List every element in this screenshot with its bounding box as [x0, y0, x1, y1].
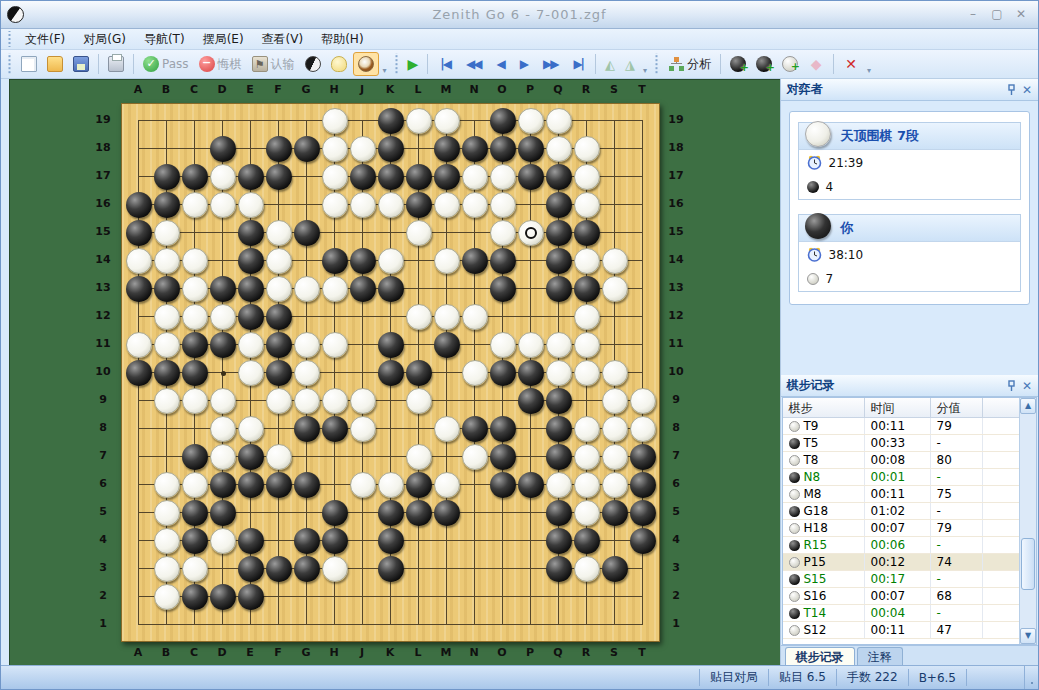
white-stone-N7 — [462, 444, 488, 470]
white-stone-C3 — [182, 556, 208, 582]
white-stone-C12 — [182, 304, 208, 330]
coord-row-right: 3 — [664, 561, 688, 574]
moves-pane-title: 棋步记录 — [787, 377, 1007, 394]
minimize-button[interactable]: – — [962, 6, 984, 24]
menu-item-h[interactable]: 帮助(H) — [312, 29, 372, 50]
bulb-icon — [331, 56, 347, 72]
toolbar-overflow-icon[interactable]: ▾ — [383, 66, 387, 78]
scroll-up-icon[interactable]: ▲ — [1020, 398, 1036, 414]
move-row-M8[interactable]: M800:1175 — [783, 486, 1020, 503]
black-stone-T6 — [630, 472, 656, 498]
printer-icon — [108, 56, 124, 72]
black-stone-M11 — [434, 332, 460, 358]
move-time: 00:33 — [865, 435, 931, 451]
white-stone-G13 — [294, 276, 320, 302]
white-stone-L19 — [406, 108, 432, 134]
coord-col-bottom: F — [270, 646, 286, 659]
toolbar-grip — [7, 53, 12, 75]
coord-row-right: 10 — [664, 365, 688, 378]
coord-col-top: G — [298, 83, 314, 96]
black-stone-F11 — [266, 332, 292, 358]
coord-row-left: 14 — [91, 253, 115, 266]
moves-pane: 棋步记录 ✕ 棋步时间分值 T900:1179T500:33-T800:0880… — [781, 375, 1039, 665]
coord-col-top: J — [354, 83, 370, 96]
coord-row-left: 2 — [91, 589, 115, 602]
black-stone-L6 — [406, 472, 432, 498]
black-stone-O10 — [490, 360, 516, 386]
black-stone-L16 — [406, 192, 432, 218]
pass-button[interactable]: ✓Pass — [139, 52, 193, 76]
move-score: 47 — [931, 622, 983, 638]
move-time: 01:02 — [865, 503, 931, 519]
nav-fast-forward-icon: ▶▶ — [540, 57, 560, 71]
black-stone-B17 — [154, 164, 180, 190]
white-stone-S14 — [602, 248, 628, 274]
move-time: 00:11 — [865, 622, 931, 638]
move-row-N8[interactable]: N800:01- — [783, 469, 1020, 486]
coord-col-top: D — [214, 83, 230, 96]
play-button[interactable]: ▶ — [404, 52, 423, 76]
white-stone-G10 — [294, 360, 320, 386]
white-stone-R3 — [574, 556, 600, 582]
white-stone-H9 — [322, 388, 348, 414]
move-score: 75 — [931, 486, 983, 502]
black-stone-C17 — [182, 164, 208, 190]
add-white-stone-button[interactable] — [778, 52, 802, 76]
white-stone-O15 — [490, 220, 516, 246]
coord-row-left: 6 — [91, 477, 115, 490]
maximize-button[interactable]: ▢ — [986, 6, 1008, 24]
white-stone-G9 — [294, 388, 320, 414]
players-pane-title: 对弈者 — [787, 81, 1007, 98]
white-stone-K16 — [378, 192, 404, 218]
nav-last-button[interactable]: ▶| — [566, 52, 590, 76]
go-board-region[interactable]: AABBCCDDEEFFGGHHJJKKLLMMNNOOPPQQRRSSTT19… — [1, 79, 780, 665]
nav-first-button[interactable]: |◀ — [433, 52, 457, 76]
toolbar-overflow-icon[interactable]: ▾ — [643, 66, 647, 78]
clock-icon — [807, 155, 822, 170]
move-time: 00:07 — [865, 520, 931, 536]
move-score: 79 — [931, 520, 983, 536]
black-stone-L10 — [406, 360, 432, 386]
move-time: 00:08 — [865, 452, 931, 468]
white-stone-C16 — [182, 192, 208, 218]
move-coord: M8 — [804, 487, 822, 501]
black-stone-icon — [789, 472, 800, 483]
pass-button-label: Pass — [162, 57, 189, 71]
moves-tabs: 棋步记录注释 — [781, 645, 1039, 665]
toolbar: ✓Pass−悔棋⚑认输▾▶|◀◀◀◀▶▶▶▶|◭◮▾分析◆✕▾ — [1, 50, 1038, 79]
black-stone-F10 — [266, 360, 292, 386]
coord-row-left: 9 — [91, 393, 115, 406]
black-stone-Q16 — [546, 192, 572, 218]
black-stone-G6 — [294, 472, 320, 498]
tab-comments[interactable]: 注释 — [857, 647, 903, 665]
black-stone-E13 — [238, 276, 264, 302]
coord-row-right: 14 — [664, 253, 688, 266]
star-point — [221, 371, 226, 376]
move-coord: P15 — [804, 555, 827, 569]
coord-col-bottom: D — [214, 646, 230, 659]
move-time: 00:17 — [865, 571, 931, 587]
move-table-rows: T900:1179T500:33-T800:0880N800:01-M800:1… — [783, 418, 1020, 639]
white-stone-O17 — [490, 164, 516, 190]
black-stone-P6 — [518, 472, 544, 498]
menu-item-t[interactable]: 导航(T) — [135, 29, 194, 50]
white-stone-icon — [789, 591, 800, 602]
black-stone-Q17 — [546, 164, 572, 190]
coord-col-bottom: T — [634, 646, 650, 659]
coord-row-left: 5 — [91, 505, 115, 518]
move-row-P15[interactable]: P1500:1274 — [783, 554, 1020, 571]
player-card-white: 天顶围棋 7段21:394 — [798, 122, 1022, 200]
menu-item-v[interactable]: 查看(V) — [253, 29, 313, 50]
coord-col-bottom: K — [382, 646, 398, 659]
menu-item-e[interactable]: 摆局(E) — [194, 29, 253, 50]
white-stone-K6 — [378, 472, 404, 498]
title-bar: Zenith Go 6 - 7-001.zgf – ▢ ✕ — [1, 1, 1038, 29]
coord-col-bottom: N — [466, 646, 482, 659]
new-file-button[interactable] — [17, 52, 41, 76]
white-stone-S10 — [602, 360, 628, 386]
coord-col-top: P — [522, 83, 538, 96]
arc-left-icon: ◭ — [605, 57, 615, 72]
black-stone-P18 — [518, 136, 544, 162]
nav-forward-button[interactable]: ▶ — [513, 52, 534, 76]
move-time: 00:11 — [865, 418, 931, 434]
move-coord: G18 — [804, 504, 829, 518]
white-stone-H3 — [322, 556, 348, 582]
tree-icon — [668, 56, 684, 72]
black-stone-E7 — [238, 444, 264, 470]
nav-fast-back-button[interactable]: ◀◀ — [459, 52, 487, 76]
stone-b-icon — [756, 56, 772, 72]
black-stone-B16 — [154, 192, 180, 218]
black-stone-C4 — [182, 528, 208, 554]
white-stone-R11 — [574, 332, 600, 358]
status-items: 贴目对局贴目 6.5手数 222B+6.5 — [699, 666, 966, 689]
white-stone-Q6 — [546, 472, 572, 498]
move-row-T9[interactable]: T900:1179 — [783, 418, 1020, 435]
scrollbar-track[interactable] — [1020, 414, 1036, 628]
black-stone-P17 — [518, 164, 544, 190]
white-stone-N10 — [462, 360, 488, 386]
stone-toggle-button[interactable] — [301, 52, 325, 76]
coord-row-right: 1 — [664, 617, 688, 630]
coord-col-bottom: S — [606, 646, 622, 659]
black-stone-P9 — [518, 388, 544, 414]
black-stone-Q3 — [546, 556, 572, 582]
coffee-icon — [358, 56, 374, 72]
erase-stone-button[interactable]: ◆ — [804, 52, 828, 76]
white-stone-C14 — [182, 248, 208, 274]
black-stone-E17 — [238, 164, 264, 190]
player-time: 21:39 — [829, 156, 864, 170]
move-score: - — [931, 571, 983, 587]
coord-row-right: 7 — [664, 449, 688, 462]
coord-col-top: N — [466, 83, 482, 96]
status-item: 手数 222 — [836, 669, 908, 685]
move-col-header[interactable]: 时间 — [865, 398, 931, 417]
move-coord: H18 — [804, 521, 828, 535]
pin-icon[interactable] — [1007, 380, 1016, 392]
black-stone-F6 — [266, 472, 292, 498]
black-stone-T4 — [630, 528, 656, 554]
white-stone-F13 — [266, 276, 292, 302]
white-stone-J16 — [350, 192, 376, 218]
white-stone-L7 — [406, 444, 432, 470]
hint-button[interactable] — [327, 52, 351, 76]
white-stone-R17 — [574, 164, 600, 190]
white-stone-R16 — [574, 192, 600, 218]
undo-move-button[interactable]: −悔棋 — [195, 52, 246, 76]
black-stone-E12 — [238, 304, 264, 330]
white-stone-C6 — [182, 472, 208, 498]
scrollbar-thumb[interactable] — [1021, 538, 1035, 590]
white-stone-N16 — [462, 192, 488, 218]
add-black-stone-button[interactable] — [752, 52, 776, 76]
white-stone-M12 — [434, 304, 460, 330]
captured-white-stone-icon — [807, 273, 819, 285]
players-pane-close-icon[interactable]: ✕ — [1022, 83, 1032, 97]
branch-forward-button[interactable]: ◮ — [621, 52, 639, 76]
white-stone-B11 — [154, 332, 180, 358]
coord-col-bottom: L — [410, 646, 426, 659]
toolbar-overflow-icon[interactable]: ▾ — [867, 66, 871, 78]
white-stone-B14 — [154, 248, 180, 274]
black-stone-D13 — [210, 276, 236, 302]
white-stone-P19 — [518, 108, 544, 134]
menu-item-g[interactable]: 对局(G) — [74, 29, 135, 50]
delete-node-button[interactable]: ✕ — [839, 52, 863, 76]
white-stone-B2 — [154, 584, 180, 610]
nav-fast-back-icon: ◀◀ — [463, 57, 483, 71]
black-stone-K18 — [378, 136, 404, 162]
coord-row-right: 2 — [664, 589, 688, 602]
nav-fast-forward-button[interactable]: ▶▶ — [536, 52, 564, 76]
black-stone-S5 — [602, 500, 628, 526]
white-stone-L12 — [406, 304, 432, 330]
move-time: 00:11 — [865, 486, 931, 502]
move-coord: N8 — [804, 470, 821, 484]
tab-move-record[interactable]: 棋步记录 — [785, 647, 855, 665]
coord-col-bottom: C — [186, 646, 202, 659]
white-stone-S6 — [602, 472, 628, 498]
branch-back-button[interactable]: ◭ — [601, 52, 619, 76]
coord-row-right: 6 — [664, 477, 688, 490]
coord-row-left: 19 — [91, 113, 115, 126]
coord-col-top: S — [606, 83, 622, 96]
white-stone-R7 — [574, 444, 600, 470]
last-move-marker — [525, 227, 537, 239]
white-stone-D7 — [210, 444, 236, 470]
coord-row-left: 18 — [91, 141, 115, 154]
black-stone-K5 — [378, 500, 404, 526]
white-stone-S8 — [602, 416, 628, 442]
player-captures: 4 — [826, 180, 834, 194]
white-stone-T8 — [630, 416, 656, 442]
black-stone-R13 — [574, 276, 600, 302]
white-stone-F15 — [266, 220, 292, 246]
resign-button[interactable]: ⚑认输 — [248, 52, 299, 76]
eraser-icon: ◆ — [808, 56, 824, 72]
move-row-R15[interactable]: R1500:06- — [783, 537, 1020, 554]
white-stone-G11 — [294, 332, 320, 358]
white-stone-N12 — [462, 304, 488, 330]
white-stone-R6 — [574, 472, 600, 498]
coord-col-bottom: P — [522, 646, 538, 659]
white-stone-M8 — [434, 416, 460, 442]
coord-row-right: 4 — [664, 533, 688, 546]
white-stone-B3 — [154, 556, 180, 582]
black-stone-L5 — [406, 500, 432, 526]
close-button[interactable]: ✕ — [1010, 6, 1032, 24]
black-stone-A15 — [126, 220, 152, 246]
black-stone-A10 — [126, 360, 152, 386]
move-row-T5[interactable]: T500:33- — [783, 435, 1020, 452]
black-stone-K4 — [378, 528, 404, 554]
save-file-button[interactable] — [69, 52, 93, 76]
move-coord: S15 — [804, 572, 827, 586]
white-stone-S9 — [602, 388, 628, 414]
status-item: B+6.5 — [908, 669, 966, 685]
black-stone-K11 — [378, 332, 404, 358]
black-stone-H4 — [322, 528, 348, 554]
black-stone-K19 — [378, 108, 404, 134]
coord-col-top: L — [410, 83, 426, 96]
move-row-G18[interactable]: G1801:02- — [783, 503, 1020, 520]
black-stone-G18 — [294, 136, 320, 162]
coord-col-bottom: O — [494, 646, 510, 659]
black-stone-Q5 — [546, 500, 572, 526]
menu-item-f[interactable]: 文件(F) — [16, 29, 74, 50]
black-stone-M5 — [434, 500, 460, 526]
white-stone-C13 — [182, 276, 208, 302]
coord-col-top: A — [130, 83, 146, 96]
black-stone-R4 — [574, 528, 600, 554]
white-stone-E8 — [238, 416, 264, 442]
stone-w-icon — [782, 56, 798, 72]
white-stone-P15 — [518, 220, 544, 246]
white-stone-Q19 — [546, 108, 572, 134]
white-stone-D16 — [210, 192, 236, 218]
coord-col-top: Q — [550, 83, 566, 96]
black-stone-A16 — [126, 192, 152, 218]
coord-col-top: T — [634, 83, 650, 96]
white-stone-R14 — [574, 248, 600, 274]
scroll-down-icon[interactable]: ▼ — [1020, 628, 1036, 644]
coord-col-bottom: G — [298, 646, 314, 659]
black-stone-E2 — [238, 584, 264, 610]
status-bar: 贴目对局贴目 6.5手数 222B+6.5 — [1, 665, 1038, 689]
black-stone-A13 — [126, 276, 152, 302]
resign-hand-icon: ⚑ — [252, 56, 268, 72]
move-row-S15[interactable]: S1500:17- — [783, 571, 1020, 588]
black-stone-C11 — [182, 332, 208, 358]
white-stone-H19 — [322, 108, 348, 134]
black-stone-C10 — [182, 360, 208, 386]
move-table: 棋步时间分值 T900:1179T500:33-T800:0880N800:01… — [782, 397, 1038, 645]
black-stone-icon — [789, 438, 800, 449]
open-file-button[interactable] — [43, 52, 67, 76]
print-button[interactable] — [104, 52, 128, 76]
move-table-scrollbar[interactable]: ▲ ▼ — [1019, 398, 1036, 644]
move-row-H18[interactable]: H1800:0779 — [783, 520, 1020, 537]
player-time: 38:10 — [829, 248, 864, 262]
coffee-break-button[interactable] — [353, 52, 379, 76]
move-col-header[interactable]: 棋步 — [783, 398, 865, 417]
move-stone-button[interactable] — [726, 52, 750, 76]
black-stone-N8 — [462, 416, 488, 442]
black-stone-Q15 — [546, 220, 572, 246]
white-stone-D4 — [210, 528, 236, 554]
black-stone-icon — [789, 574, 800, 585]
black-stone-H5 — [322, 500, 348, 526]
black-stone-Q7 — [546, 444, 572, 470]
move-score: - — [931, 435, 983, 451]
black-stone-O8 — [490, 416, 516, 442]
white-stone-F9 — [266, 388, 292, 414]
coord-row-right: 11 — [664, 337, 688, 350]
move-row-T8[interactable]: T800:0880 — [783, 452, 1020, 469]
black-stone-Q13 — [546, 276, 572, 302]
coord-row-left: 1 — [91, 617, 115, 630]
black-stone-icon — [789, 608, 800, 619]
white-stone-R5 — [574, 500, 600, 526]
coord-row-right: 18 — [664, 141, 688, 154]
move-time: 00:01 — [865, 469, 931, 485]
coord-col-bottom: M — [438, 646, 454, 659]
move-col-header[interactable]: 分值 — [931, 398, 983, 417]
captured-black-stone-icon — [807, 181, 819, 193]
move-row-S16[interactable]: S1600:0768 — [783, 588, 1020, 605]
move-row-T14[interactable]: T1400:04- — [783, 605, 1020, 622]
pin-icon[interactable] — [1007, 84, 1016, 96]
white-stone-C9 — [182, 388, 208, 414]
status-item: 贴目对局 — [699, 669, 768, 685]
move-score: 80 — [931, 452, 983, 468]
coord-col-top: K — [382, 83, 398, 96]
black-stone-K13 — [378, 276, 404, 302]
toolbar-grip — [654, 53, 659, 75]
coord-row-left: 11 — [91, 337, 115, 350]
nav-back-button[interactable]: ◀ — [489, 52, 510, 76]
coord-row-right: 13 — [664, 281, 688, 294]
black-stone-C2 — [182, 584, 208, 610]
black-stone-O6 — [490, 472, 516, 498]
white-stone-B5 — [154, 500, 180, 526]
move-row-S12[interactable]: S1200:1147 — [783, 622, 1020, 639]
white-stone-H16 — [322, 192, 348, 218]
moves-pane-close-icon[interactable]: ✕ — [1022, 379, 1032, 393]
coord-row-right: 8 — [664, 421, 688, 434]
resize-grip[interactable] — [1024, 666, 1038, 689]
coord-row-left: 15 — [91, 225, 115, 238]
move-coord: T8 — [804, 453, 819, 467]
black-stone-J14 — [350, 248, 376, 274]
black-stone-K3 — [378, 556, 404, 582]
white-stone-B4 — [154, 528, 180, 554]
white-stone-E11 — [238, 332, 264, 358]
folder-icon — [47, 56, 63, 72]
coord-col-top: H — [326, 83, 342, 96]
go-board[interactable] — [121, 103, 660, 642]
black-stone-K10 — [378, 360, 404, 386]
nav-back-icon: ◀ — [493, 57, 506, 71]
black-stone-G4 — [294, 528, 320, 554]
analysis-button[interactable]: 分析 — [664, 52, 715, 76]
player-name: 天顶围棋 7段 — [841, 127, 920, 145]
